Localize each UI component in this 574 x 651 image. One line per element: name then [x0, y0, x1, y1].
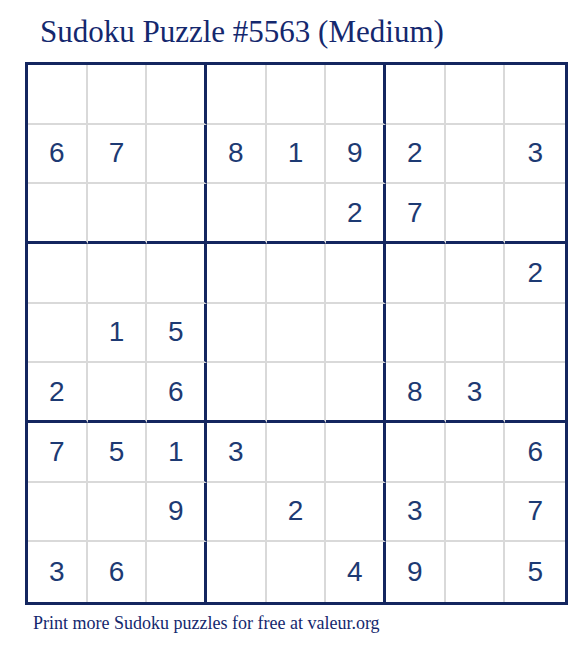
cell-r7c2[interactable]: 5	[88, 423, 148, 483]
cell-r5c9[interactable]	[505, 304, 565, 364]
cell-r9c2[interactable]: 6	[88, 542, 148, 602]
sudoku-grid: 678192327215268375136923736495	[25, 62, 568, 605]
cell-r2c9[interactable]: 3	[505, 125, 565, 185]
cell-r9c7[interactable]: 9	[386, 542, 446, 602]
cell-r9c4[interactable]	[207, 542, 267, 602]
cell-r4c8[interactable]	[446, 244, 506, 304]
cell-r3c1[interactable]	[28, 184, 88, 244]
cell-r9c3[interactable]	[147, 542, 207, 602]
cell-r6c3[interactable]: 6	[147, 363, 207, 423]
cell-r4c3[interactable]	[147, 244, 207, 304]
cell-r8c2[interactable]	[88, 483, 148, 543]
cell-r5c6[interactable]	[326, 304, 386, 364]
cell-r2c5[interactable]: 1	[267, 125, 327, 185]
cell-r8c9[interactable]: 7	[505, 483, 565, 543]
cell-r3c8[interactable]	[446, 184, 506, 244]
cell-r5c7[interactable]	[386, 304, 446, 364]
cell-r5c8[interactable]	[446, 304, 506, 364]
cell-r9c8[interactable]	[446, 542, 506, 602]
cell-r4c9[interactable]: 2	[505, 244, 565, 304]
cell-r8c6[interactable]	[326, 483, 386, 543]
cell-r3c3[interactable]	[147, 184, 207, 244]
footer-note: Print more Sudoku puzzles for free at va…	[33, 613, 380, 634]
cell-r6c1[interactable]: 2	[28, 363, 88, 423]
cell-r6c4[interactable]	[207, 363, 267, 423]
cell-r5c4[interactable]	[207, 304, 267, 364]
cell-r2c4[interactable]: 8	[207, 125, 267, 185]
cell-r5c3[interactable]: 5	[147, 304, 207, 364]
cell-r9c5[interactable]	[267, 542, 327, 602]
cell-r2c7[interactable]: 2	[386, 125, 446, 185]
cell-r2c8[interactable]	[446, 125, 506, 185]
cell-r5c5[interactable]	[267, 304, 327, 364]
cell-r7c9[interactable]: 6	[505, 423, 565, 483]
cell-r1c2[interactable]	[88, 65, 148, 125]
cell-r6c6[interactable]	[326, 363, 386, 423]
cell-r5c1[interactable]	[28, 304, 88, 364]
cell-r6c8[interactable]: 3	[446, 363, 506, 423]
cell-r3c4[interactable]	[207, 184, 267, 244]
cell-r7c3[interactable]: 1	[147, 423, 207, 483]
cell-r8c5[interactable]: 2	[267, 483, 327, 543]
cell-r4c7[interactable]	[386, 244, 446, 304]
cell-r7c8[interactable]	[446, 423, 506, 483]
cell-r4c2[interactable]	[88, 244, 148, 304]
cell-r8c4[interactable]	[207, 483, 267, 543]
cell-r4c6[interactable]	[326, 244, 386, 304]
cell-r8c8[interactable]	[446, 483, 506, 543]
cell-r7c7[interactable]	[386, 423, 446, 483]
cell-r2c2[interactable]: 7	[88, 125, 148, 185]
cell-r4c1[interactable]	[28, 244, 88, 304]
cell-r4c4[interactable]	[207, 244, 267, 304]
cell-r3c5[interactable]	[267, 184, 327, 244]
cell-r9c6[interactable]: 4	[326, 542, 386, 602]
cell-r3c7[interactable]: 7	[386, 184, 446, 244]
cell-r7c5[interactable]	[267, 423, 327, 483]
cell-r6c2[interactable]	[88, 363, 148, 423]
cell-r7c4[interactable]: 3	[207, 423, 267, 483]
cell-r6c5[interactable]	[267, 363, 327, 423]
cell-r4c5[interactable]	[267, 244, 327, 304]
cell-r1c8[interactable]	[446, 65, 506, 125]
cell-r1c7[interactable]	[386, 65, 446, 125]
cell-r7c1[interactable]: 7	[28, 423, 88, 483]
cell-r2c6[interactable]: 9	[326, 125, 386, 185]
cell-r1c5[interactable]	[267, 65, 327, 125]
cell-r8c7[interactable]: 3	[386, 483, 446, 543]
cell-r1c1[interactable]	[28, 65, 88, 125]
cell-r6c9[interactable]	[505, 363, 565, 423]
page-title: Sudoku Puzzle #5563 (Medium)	[40, 14, 444, 50]
cell-r2c3[interactable]	[147, 125, 207, 185]
cell-r9c9[interactable]: 5	[505, 542, 565, 602]
cell-r1c3[interactable]	[147, 65, 207, 125]
cell-r3c2[interactable]	[88, 184, 148, 244]
cell-r3c9[interactable]	[505, 184, 565, 244]
cell-r1c6[interactable]	[326, 65, 386, 125]
cell-r2c1[interactable]: 6	[28, 125, 88, 185]
cell-r3c6[interactable]: 2	[326, 184, 386, 244]
cell-r1c4[interactable]	[207, 65, 267, 125]
cell-r1c9[interactable]	[505, 65, 565, 125]
cell-r8c1[interactable]	[28, 483, 88, 543]
cell-r8c3[interactable]: 9	[147, 483, 207, 543]
cell-r5c2[interactable]: 1	[88, 304, 148, 364]
cell-r7c6[interactable]	[326, 423, 386, 483]
cell-r6c7[interactable]: 8	[386, 363, 446, 423]
cell-r9c1[interactable]: 3	[28, 542, 88, 602]
